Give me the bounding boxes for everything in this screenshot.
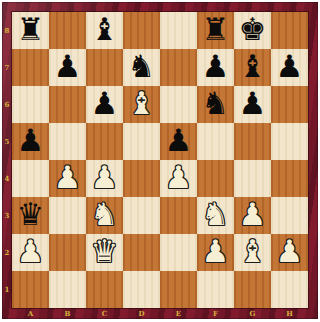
square-a6[interactable] [12,86,49,123]
square-c2[interactable]: ♛ [86,234,123,271]
piece-white-bishop[interactable]: ♝ [239,236,267,267]
piece-black-pawn[interactable]: ♟ [276,51,304,82]
square-a3[interactable]: ♛ [12,197,49,234]
rank-label-4: 4 [2,160,12,197]
rank-label-8: 8 [2,12,12,49]
square-c5[interactable] [86,123,123,160]
square-a1[interactable] [12,271,49,308]
square-c6[interactable]: ♟ [86,86,123,123]
rank-labels: 87654321 [2,12,12,308]
square-h5[interactable] [271,123,308,160]
rank-label-1: 1 [2,271,12,308]
square-b4[interactable]: ♟ [49,160,86,197]
square-c4[interactable]: ♟ [86,160,123,197]
piece-black-knight[interactable]: ♞ [128,51,156,82]
square-b3[interactable] [49,197,86,234]
square-e7[interactable] [160,49,197,86]
square-b2[interactable] [49,234,86,271]
piece-black-bishop[interactable]: ♝ [91,14,119,45]
piece-black-pawn[interactable]: ♟ [165,125,193,156]
square-f7[interactable]: ♟ [197,49,234,86]
square-e4[interactable]: ♟ [160,160,197,197]
square-b6[interactable] [49,86,86,123]
square-a7[interactable] [12,49,49,86]
piece-white-pawn[interactable]: ♟ [91,162,119,193]
square-d5[interactable] [123,123,160,160]
piece-white-knight[interactable]: ♞ [91,199,119,230]
square-g8[interactable]: ♚ [234,12,271,49]
square-h4[interactable] [271,160,308,197]
square-a5[interactable]: ♟ [12,123,49,160]
square-a4[interactable] [12,160,49,197]
square-b7[interactable]: ♟ [49,49,86,86]
square-g7[interactable]: ♝ [234,49,271,86]
file-label-c: C [86,308,123,319]
rank-label-5: 5 [2,123,12,160]
piece-white-pawn[interactable]: ♟ [54,162,82,193]
piece-black-rook[interactable]: ♜ [202,14,230,45]
square-f2[interactable]: ♟ [197,234,234,271]
square-f5[interactable] [197,123,234,160]
piece-white-pawn[interactable]: ♟ [239,199,267,230]
square-b1[interactable] [49,271,86,308]
square-f3[interactable]: ♞ [197,197,234,234]
square-h3[interactable] [271,197,308,234]
piece-white-queen[interactable]: ♛ [91,236,119,267]
square-a8[interactable]: ♜ [12,12,49,49]
file-label-a: A [12,308,49,319]
square-e2[interactable] [160,234,197,271]
rank-label-6: 6 [2,86,12,123]
chess-board[interactable]: ♜♝♜♚♟♞♟♝♟♟♝♞♟♟♟♟♟♟♛♞♞♟♟♛♟♝♟ [12,12,308,308]
piece-black-knight[interactable]: ♞ [202,88,230,119]
rank-label-2: 2 [2,234,12,271]
square-a2[interactable]: ♟ [12,234,49,271]
square-d8[interactable] [123,12,160,49]
square-f1[interactable] [197,271,234,308]
piece-white-pawn[interactable]: ♟ [165,162,193,193]
square-f6[interactable]: ♞ [197,86,234,123]
square-h6[interactable] [271,86,308,123]
square-e6[interactable] [160,86,197,123]
square-g3[interactable]: ♟ [234,197,271,234]
square-g4[interactable] [234,160,271,197]
board-frame: 87654321 ♜♝♜♚♟♞♟♝♟♟♝♞♟♟♟♟♟♟♛♞♞♟♟♛♟♝♟ ABC… [2,2,318,319]
file-label-d: D [123,308,160,319]
piece-black-queen[interactable]: ♛ [17,199,45,230]
file-label-h: H [271,308,308,319]
file-label-f: F [197,308,234,319]
piece-white-pawn[interactable]: ♟ [202,236,230,267]
square-f4[interactable] [197,160,234,197]
piece-black-pawn[interactable]: ♟ [91,88,119,119]
square-g5[interactable] [234,123,271,160]
piece-black-king[interactable]: ♚ [239,14,267,45]
square-e5[interactable]: ♟ [160,123,197,160]
piece-black-bishop[interactable]: ♝ [239,51,267,82]
piece-black-rook[interactable]: ♜ [17,14,45,45]
square-d1[interactable] [123,271,160,308]
square-f8[interactable]: ♜ [197,12,234,49]
square-b8[interactable] [49,12,86,49]
square-g6[interactable]: ♟ [234,86,271,123]
chess-diagram: 87654321 ♜♝♜♚♟♞♟♝♟♟♝♞♟♟♟♟♟♟♛♞♞♟♟♛♟♝♟ ABC… [0,0,320,322]
rank-label-3: 3 [2,197,12,234]
piece-white-bishop[interactable]: ♝ [128,88,156,119]
file-labels: ABCDEFGH [12,308,308,319]
piece-black-pawn[interactable]: ♟ [239,88,267,119]
file-label-b: B [49,308,86,319]
square-c7[interactable] [86,49,123,86]
square-d6[interactable]: ♝ [123,86,160,123]
square-e1[interactable] [160,271,197,308]
piece-white-pawn[interactable]: ♟ [17,236,45,267]
square-d4[interactable] [123,160,160,197]
square-e8[interactable] [160,12,197,49]
piece-black-pawn[interactable]: ♟ [17,125,45,156]
square-g2[interactable]: ♝ [234,234,271,271]
square-d3[interactable] [123,197,160,234]
square-h2[interactable]: ♟ [271,234,308,271]
square-h1[interactable] [271,271,308,308]
file-label-e: E [160,308,197,319]
piece-white-knight[interactable]: ♞ [202,199,230,230]
rank-label-7: 7 [2,49,12,86]
square-c3[interactable]: ♞ [86,197,123,234]
square-b5[interactable] [49,123,86,160]
square-d2[interactable] [123,234,160,271]
square-g1[interactable] [234,271,271,308]
square-e3[interactable] [160,197,197,234]
piece-black-pawn[interactable]: ♟ [202,51,230,82]
square-h7[interactable]: ♟ [271,49,308,86]
square-c8[interactable]: ♝ [86,12,123,49]
square-d7[interactable]: ♞ [123,49,160,86]
file-label-g: G [234,308,271,319]
piece-white-pawn[interactable]: ♟ [276,236,304,267]
square-h8[interactable] [271,12,308,49]
piece-black-pawn[interactable]: ♟ [54,51,82,82]
square-c1[interactable] [86,271,123,308]
